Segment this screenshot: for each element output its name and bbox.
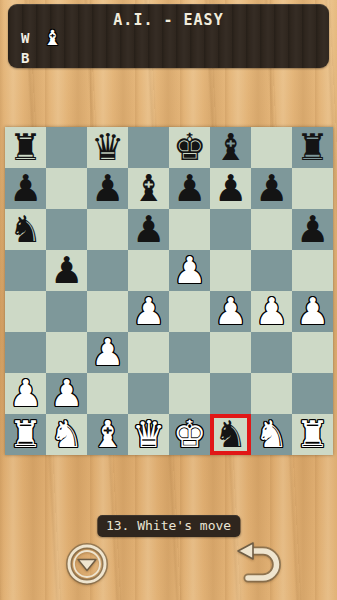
square-e3[interactable] <box>169 332 210 373</box>
square-g1[interactable]: ♞ <box>251 414 292 455</box>
black-pawn-a7: ♟ <box>9 168 42 209</box>
black-pawn-g7: ♟ <box>255 168 288 209</box>
white-bishop-captured: ♝ <box>43 28 62 48</box>
square-g6[interactable] <box>251 209 292 250</box>
square-f3[interactable] <box>210 332 251 373</box>
square-g8[interactable] <box>251 127 292 168</box>
square-f2[interactable] <box>210 373 251 414</box>
square-d4[interactable]: ♟ <box>128 291 169 332</box>
square-f8[interactable]: ♝ <box>210 127 251 168</box>
square-c5[interactable] <box>87 250 128 291</box>
white-pawn-b2: ♟ <box>50 373 83 414</box>
square-f4[interactable]: ♟ <box>210 291 251 332</box>
square-b6[interactable] <box>46 209 87 250</box>
square-h1[interactable]: ♜ <box>292 414 333 455</box>
square-b4[interactable] <box>46 291 87 332</box>
black-pawn-c7: ♟ <box>91 168 124 209</box>
square-d5[interactable] <box>128 250 169 291</box>
square-e7[interactable]: ♟ <box>169 168 210 209</box>
square-b2[interactable]: ♟ <box>46 373 87 414</box>
down-arrow-icon <box>65 542 109 586</box>
square-g7[interactable]: ♟ <box>251 168 292 209</box>
square-d3[interactable] <box>128 332 169 373</box>
captured-row-black: B <box>21 48 37 68</box>
square-g4[interactable]: ♟ <box>251 291 292 332</box>
square-b7[interactable] <box>46 168 87 209</box>
square-a7[interactable]: ♟ <box>5 168 46 209</box>
square-f1[interactable]: ♞ <box>210 414 251 455</box>
status-move-indicator: 13. White's move <box>97 515 240 537</box>
square-a6[interactable]: ♞ <box>5 209 46 250</box>
down-arrow-button[interactable] <box>65 542 109 586</box>
white-king-e1: ♚ <box>173 414 206 455</box>
white-pawn-c3: ♟ <box>91 332 124 373</box>
square-c2[interactable] <box>87 373 128 414</box>
header-panel: A.I. - EASY W ♝ B <box>8 4 329 68</box>
square-a1[interactable]: ♜ <box>5 414 46 455</box>
square-e5[interactable]: ♟ <box>169 250 210 291</box>
square-h2[interactable] <box>292 373 333 414</box>
black-bishop-f8: ♝ <box>214 127 247 168</box>
square-h3[interactable] <box>292 332 333 373</box>
white-pawn-h4: ♟ <box>296 291 329 332</box>
white-queen-d1: ♛ <box>132 414 165 455</box>
square-c6[interactable] <box>87 209 128 250</box>
black-pawn-d6: ♟ <box>132 209 165 250</box>
white-pawn-d4: ♟ <box>132 291 165 332</box>
square-c7[interactable]: ♟ <box>87 168 128 209</box>
white-pawn-e5: ♟ <box>173 250 206 291</box>
white-knight-g1: ♞ <box>255 414 288 455</box>
square-b3[interactable] <box>46 332 87 373</box>
square-b8[interactable] <box>46 127 87 168</box>
square-d8[interactable] <box>128 127 169 168</box>
square-e1[interactable]: ♚ <box>169 414 210 455</box>
white-pawn-f4: ♟ <box>214 291 247 332</box>
square-a5[interactable] <box>5 250 46 291</box>
black-bishop-d7: ♝ <box>132 168 165 209</box>
square-g2[interactable] <box>251 373 292 414</box>
square-c4[interactable] <box>87 291 128 332</box>
square-h7[interactable] <box>292 168 333 209</box>
square-c8[interactable]: ♛ <box>87 127 128 168</box>
app-screen: A.I. - EASY W ♝ B ♜♛♚♝♜♟♟♝♟♟♟♞♟♟♟♟♟♟♟♟♟♟… <box>0 0 337 600</box>
square-h5[interactable] <box>292 250 333 291</box>
black-knight-f1: ♞ <box>214 414 247 455</box>
square-a8[interactable]: ♜ <box>5 127 46 168</box>
black-knight-a6: ♞ <box>9 209 42 250</box>
square-a4[interactable] <box>5 291 46 332</box>
black-pawn-h6: ♟ <box>296 209 329 250</box>
white-rook-a1: ♜ <box>9 414 42 455</box>
square-d7[interactable]: ♝ <box>128 168 169 209</box>
square-f7[interactable]: ♟ <box>210 168 251 209</box>
black-king-e8: ♚ <box>173 127 206 168</box>
square-d2[interactable] <box>128 373 169 414</box>
captured-row-white: W ♝ <box>21 28 62 48</box>
square-e6[interactable] <box>169 209 210 250</box>
black-rook-h8: ♜ <box>296 127 329 168</box>
white-bishop-c1: ♝ <box>91 414 124 455</box>
white-rook-h1: ♜ <box>296 414 329 455</box>
black-pawn-b5: ♟ <box>50 250 83 291</box>
square-b5[interactable]: ♟ <box>46 250 87 291</box>
white-pawn-g4: ♟ <box>255 291 288 332</box>
square-h8[interactable]: ♜ <box>292 127 333 168</box>
white-pawn-a2: ♟ <box>9 373 42 414</box>
black-queen-c8: ♛ <box>91 127 124 168</box>
square-e2[interactable] <box>169 373 210 414</box>
square-g3[interactable] <box>251 332 292 373</box>
square-h6[interactable]: ♟ <box>292 209 333 250</box>
undo-arrow-icon <box>231 540 283 584</box>
chess-board: ♜♛♚♝♜♟♟♝♟♟♟♞♟♟♟♟♟♟♟♟♟♟♟♜♞♝♛♚♞♞♜ <box>5 127 333 455</box>
black-label: B <box>21 50 37 66</box>
undo-button[interactable] <box>231 540 283 584</box>
square-a3[interactable] <box>5 332 46 373</box>
black-pawn-e7: ♟ <box>173 168 206 209</box>
black-pawn-f7: ♟ <box>214 168 247 209</box>
square-f5[interactable] <box>210 250 251 291</box>
white-knight-b1: ♞ <box>50 414 83 455</box>
square-e4[interactable] <box>169 291 210 332</box>
square-e8[interactable]: ♚ <box>169 127 210 168</box>
square-c1[interactable]: ♝ <box>87 414 128 455</box>
square-h4[interactable]: ♟ <box>292 291 333 332</box>
square-a2[interactable]: ♟ <box>5 373 46 414</box>
square-b1[interactable]: ♞ <box>46 414 87 455</box>
square-d6[interactable]: ♟ <box>128 209 169 250</box>
square-g5[interactable] <box>251 250 292 291</box>
black-rook-a8: ♜ <box>9 127 42 168</box>
white-label: W <box>21 30 37 46</box>
square-c3[interactable]: ♟ <box>87 332 128 373</box>
square-f6[interactable] <box>210 209 251 250</box>
square-d1[interactable]: ♛ <box>128 414 169 455</box>
